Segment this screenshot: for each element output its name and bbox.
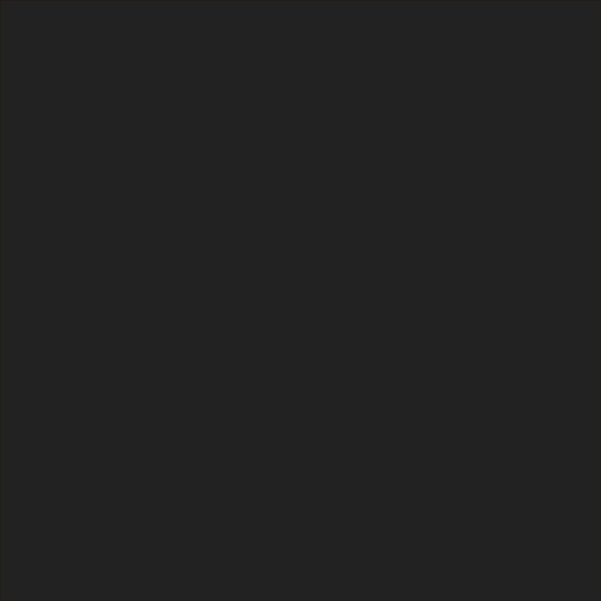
chess-board <box>0 0 601 601</box>
chess-app <box>0 0 601 601</box>
